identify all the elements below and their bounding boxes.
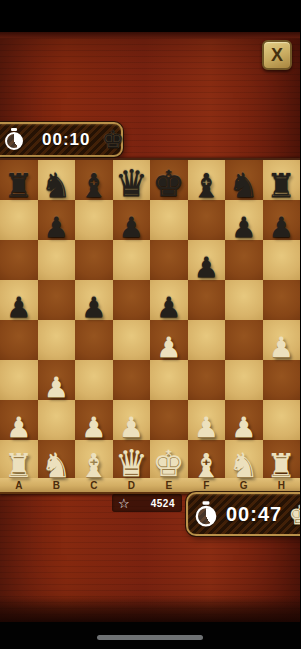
square-b3[interactable]: ♟	[38, 360, 76, 400]
square-a6[interactable]	[0, 240, 38, 280]
black-knight-g8[interactable]: ♞	[229, 168, 259, 202]
white-pawn-a2[interactable]: ♟	[6, 414, 31, 442]
square-f8[interactable]: ♝	[188, 160, 226, 200]
white-king-icon: ♚	[288, 501, 300, 528]
black-pawn-g7[interactable]: ♟	[231, 214, 256, 242]
white-pawn-b3[interactable]: ♟	[44, 374, 69, 402]
black-pawn-e5[interactable]: ♟	[156, 294, 181, 322]
stopwatch-icon	[4, 128, 24, 151]
square-h2[interactable]	[263, 400, 301, 440]
square-b7[interactable]: ♟	[38, 200, 76, 240]
square-g5[interactable]	[225, 280, 263, 320]
white-pawn-g2[interactable]: ♟	[231, 414, 256, 442]
square-e8[interactable]: ♚	[150, 160, 188, 200]
square-c1[interactable]: ♝	[75, 440, 113, 480]
square-f4[interactable]	[188, 320, 226, 360]
square-d2[interactable]: ♟	[113, 400, 151, 440]
black-pawn-d7[interactable]: ♟	[119, 214, 144, 242]
square-b6[interactable]	[38, 240, 76, 280]
square-a5[interactable]: ♟	[0, 280, 38, 320]
black-pawn-b7[interactable]: ♟	[44, 214, 69, 242]
square-g3[interactable]	[225, 360, 263, 400]
square-c8[interactable]: ♝	[75, 160, 113, 200]
score-badge: ☆ 4524	[112, 494, 182, 512]
white-timer-plaque: 00:47 ♚	[186, 492, 300, 536]
square-h4[interactable]: ♟	[263, 320, 301, 360]
close-button[interactable]: X	[262, 40, 292, 70]
black-pawn-h7[interactable]: ♟	[269, 214, 294, 242]
square-d6[interactable]	[113, 240, 151, 280]
black-bishop-f8[interactable]: ♝	[191, 169, 221, 202]
white-bishop-c1[interactable]: ♝	[79, 449, 109, 482]
black-knight-b8[interactable]: ♞	[41, 168, 71, 202]
square-g1[interactable]: ♞	[225, 440, 263, 480]
square-c4[interactable]	[75, 320, 113, 360]
square-f7[interactable]	[188, 200, 226, 240]
square-e5[interactable]: ♟	[150, 280, 188, 320]
square-b8[interactable]: ♞	[38, 160, 76, 200]
square-f3[interactable]	[188, 360, 226, 400]
star-icon: ☆	[118, 497, 130, 510]
white-king-e1[interactable]: ♚	[153, 446, 185, 482]
square-b2[interactable]	[38, 400, 76, 440]
black-queen-d8[interactable]: ♛	[115, 165, 148, 202]
bottom-bar	[0, 622, 300, 649]
square-b1[interactable]: ♞	[38, 440, 76, 480]
black-bishop-c8[interactable]: ♝	[79, 169, 109, 202]
white-knight-b1[interactable]: ♞	[41, 448, 71, 482]
square-a1[interactable]: ♜	[0, 440, 38, 480]
app-screen: X 00:10 ♚ ♜♞♝♛♚♝♞♜♟♟♟♟♟♟♟♟♟♟♟♟♟♟♟♟♜♞♝♛♚♝…	[0, 0, 300, 649]
status-bar	[0, 0, 300, 32]
square-f6[interactable]: ♟	[188, 240, 226, 280]
square-e2[interactable]	[150, 400, 188, 440]
chess-board[interactable]: ♜♞♝♛♚♝♞♜♟♟♟♟♟♟♟♟♟♟♟♟♟♟♟♟♜♞♝♛♚♝♞♜	[0, 158, 300, 480]
square-g2[interactable]: ♟	[225, 400, 263, 440]
white-pawn-h4[interactable]: ♟	[269, 334, 294, 362]
square-h8[interactable]: ♜	[263, 160, 301, 200]
square-d3[interactable]	[113, 360, 151, 400]
square-c5[interactable]: ♟	[75, 280, 113, 320]
square-e7[interactable]	[150, 200, 188, 240]
white-rook-a1[interactable]: ♜	[4, 449, 34, 482]
square-d5[interactable]	[113, 280, 151, 320]
white-queen-d1[interactable]: ♛	[115, 445, 148, 482]
black-king-icon: ♚	[101, 127, 123, 152]
square-b4[interactable]	[38, 320, 76, 360]
white-rook-h1[interactable]: ♜	[266, 449, 296, 482]
black-pawn-a5[interactable]: ♟	[6, 294, 31, 322]
black-king-e8[interactable]: ♚	[153, 166, 185, 202]
square-d1[interactable]: ♛	[113, 440, 151, 480]
square-g6[interactable]	[225, 240, 263, 280]
square-c2[interactable]: ♟	[75, 400, 113, 440]
white-pawn-f2[interactable]: ♟	[194, 414, 219, 442]
square-a8[interactable]: ♜	[0, 160, 38, 200]
square-c7[interactable]	[75, 200, 113, 240]
square-e3[interactable]	[150, 360, 188, 400]
square-a3[interactable]	[0, 360, 38, 400]
black-pawn-f6[interactable]: ♟	[194, 254, 219, 282]
square-a4[interactable]	[0, 320, 38, 360]
square-f1[interactable]: ♝	[188, 440, 226, 480]
square-b5[interactable]	[38, 280, 76, 320]
stopwatch-icon	[195, 501, 218, 527]
square-g8[interactable]: ♞	[225, 160, 263, 200]
square-a2[interactable]: ♟	[0, 400, 38, 440]
square-h5[interactable]	[263, 280, 301, 320]
square-a7[interactable]	[0, 200, 38, 240]
square-e1[interactable]: ♚	[150, 440, 188, 480]
square-h7[interactable]: ♟	[263, 200, 301, 240]
square-d4[interactable]	[113, 320, 151, 360]
white-pawn-d2[interactable]: ♟	[119, 414, 144, 442]
square-d8[interactable]: ♛	[113, 160, 151, 200]
square-h1[interactable]: ♜	[263, 440, 301, 480]
black-rook-h8[interactable]: ♜	[266, 169, 296, 202]
square-f2[interactable]: ♟	[188, 400, 226, 440]
square-c6[interactable]	[75, 240, 113, 280]
home-indicator[interactable]	[97, 635, 203, 640]
black-pawn-c5[interactable]: ♟	[81, 294, 106, 322]
square-e4[interactable]: ♟	[150, 320, 188, 360]
square-g4[interactable]	[225, 320, 263, 360]
white-pawn-e4[interactable]: ♟	[156, 334, 181, 362]
square-h3[interactable]	[263, 360, 301, 400]
white-knight-g1[interactable]: ♞	[229, 448, 259, 482]
square-c3[interactable]	[75, 360, 113, 400]
white-pawn-c2[interactable]: ♟	[81, 414, 106, 442]
square-e6[interactable]	[150, 240, 188, 280]
black-timer-value: 00:10	[42, 130, 90, 150]
square-h6[interactable]	[263, 240, 301, 280]
white-bishop-f1[interactable]: ♝	[191, 449, 221, 482]
square-f5[interactable]	[188, 280, 226, 320]
square-g7[interactable]: ♟	[225, 200, 263, 240]
black-rook-a8[interactable]: ♜	[4, 169, 34, 202]
square-d7[interactable]: ♟	[113, 200, 151, 240]
white-timer-value: 00:47	[226, 503, 282, 526]
score-value: 4524	[151, 498, 175, 509]
black-timer-plaque: 00:10 ♚	[0, 122, 123, 157]
